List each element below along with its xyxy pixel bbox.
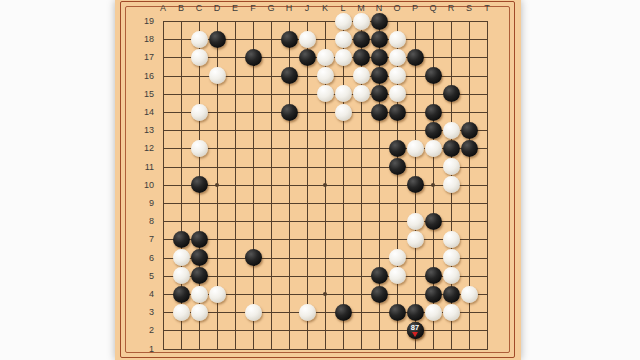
- column-label: K: [316, 2, 334, 14]
- star-point: [323, 183, 327, 187]
- black-stone: [371, 104, 388, 121]
- black-stone: [191, 176, 208, 193]
- row-label: 4: [128, 288, 154, 300]
- column-label: E: [226, 2, 244, 14]
- white-stone: [443, 249, 460, 266]
- star-point: [323, 292, 327, 296]
- white-stone: [389, 267, 406, 284]
- last-move-red-marker: [412, 332, 418, 337]
- white-stone: [389, 31, 406, 48]
- black-stone: [353, 49, 370, 66]
- black-stone: [407, 49, 424, 66]
- row-label: 15: [128, 88, 154, 100]
- row-label: 19: [128, 15, 154, 27]
- black-stone: [443, 286, 460, 303]
- row-label: 14: [128, 106, 154, 118]
- white-stone: [443, 267, 460, 284]
- black-stone: [281, 104, 298, 121]
- black-stone: [371, 31, 388, 48]
- screenshot-stage: ABCDEFGHJKLMNOPQRST191817161514131211109…: [0, 0, 640, 360]
- white-stone: [353, 13, 370, 30]
- black-stone: [389, 304, 406, 321]
- white-stone: [353, 67, 370, 84]
- white-stone: [425, 140, 442, 157]
- black-stone: [371, 13, 388, 30]
- black-stone: [425, 267, 442, 284]
- black-stone: [299, 49, 316, 66]
- last-move-number: 87: [407, 324, 424, 332]
- grid-horizontal-line: [163, 330, 488, 331]
- black-stone: [191, 249, 208, 266]
- white-stone: [173, 249, 190, 266]
- row-label: 13: [128, 124, 154, 136]
- black-stone: [425, 213, 442, 230]
- white-stone: [299, 304, 316, 321]
- white-stone: [173, 267, 190, 284]
- white-stone: [191, 104, 208, 121]
- white-stone: [209, 67, 226, 84]
- row-label: 1: [128, 343, 154, 355]
- black-stone: [461, 140, 478, 157]
- black-stone: [425, 104, 442, 121]
- white-stone: [443, 122, 460, 139]
- white-stone: [335, 104, 352, 121]
- white-stone: [335, 31, 352, 48]
- column-label: G: [262, 2, 280, 14]
- black-stone: [371, 286, 388, 303]
- column-label: P: [406, 2, 424, 14]
- white-stone: [191, 304, 208, 321]
- row-label: 11: [128, 161, 154, 173]
- white-stone: [317, 67, 334, 84]
- white-stone: [443, 176, 460, 193]
- white-stone: [191, 286, 208, 303]
- column-label: S: [460, 2, 478, 14]
- white-stone: [191, 140, 208, 157]
- black-stone: [425, 122, 442, 139]
- row-label: 2: [128, 324, 154, 336]
- black-stone: [245, 49, 262, 66]
- column-label: F: [244, 2, 262, 14]
- black-stone: [425, 286, 442, 303]
- white-stone: [209, 286, 226, 303]
- white-stone: [407, 140, 424, 157]
- black-stone: [389, 140, 406, 157]
- column-label: T: [478, 2, 496, 14]
- row-label: 9: [128, 197, 154, 209]
- black-stone: [191, 267, 208, 284]
- white-stone: [335, 13, 352, 30]
- black-stone: [443, 140, 460, 157]
- black-stone: [173, 286, 190, 303]
- black-stone: [281, 67, 298, 84]
- white-stone: [335, 85, 352, 102]
- white-stone: [407, 213, 424, 230]
- grid-horizontal-line: [163, 258, 488, 259]
- column-label: H: [280, 2, 298, 14]
- column-label: R: [442, 2, 460, 14]
- black-stone: [389, 104, 406, 121]
- row-label: 12: [128, 142, 154, 154]
- column-label: Q: [424, 2, 442, 14]
- white-stone: [353, 85, 370, 102]
- black-stone: [281, 31, 298, 48]
- black-stone: [209, 31, 226, 48]
- row-label: 6: [128, 252, 154, 264]
- black-stone: [443, 85, 460, 102]
- white-stone: [191, 31, 208, 48]
- row-label: 7: [128, 233, 154, 245]
- column-label: C: [190, 2, 208, 14]
- black-stone: [425, 67, 442, 84]
- last-move-stone: 87: [407, 322, 424, 339]
- white-stone: [317, 85, 334, 102]
- white-stone: [191, 49, 208, 66]
- star-point: [431, 183, 435, 187]
- white-stone: [389, 249, 406, 266]
- black-stone: [461, 122, 478, 139]
- column-label: B: [172, 2, 190, 14]
- black-stone: [371, 267, 388, 284]
- black-stone: [371, 49, 388, 66]
- white-stone: [443, 158, 460, 175]
- star-point: [215, 183, 219, 187]
- row-label: 10: [128, 179, 154, 191]
- white-stone: [299, 31, 316, 48]
- black-stone: [173, 231, 190, 248]
- white-stone: [443, 304, 460, 321]
- white-stone: [173, 304, 190, 321]
- white-stone: [461, 286, 478, 303]
- black-stone: [389, 158, 406, 175]
- white-stone: [335, 49, 352, 66]
- row-label: 3: [128, 306, 154, 318]
- column-label: J: [298, 2, 316, 14]
- grid-horizontal-line: [163, 203, 488, 204]
- black-stone: [245, 249, 262, 266]
- black-stone: [353, 31, 370, 48]
- black-stone: [191, 231, 208, 248]
- column-label: D: [208, 2, 226, 14]
- black-stone: [371, 67, 388, 84]
- white-stone: [443, 231, 460, 248]
- white-stone: [389, 49, 406, 66]
- white-stone: [389, 85, 406, 102]
- row-label: 8: [128, 215, 154, 227]
- grid-horizontal-line: [163, 239, 488, 240]
- white-stone: [389, 67, 406, 84]
- grid-horizontal-line: [163, 349, 488, 350]
- grid-vertical-line: [343, 21, 344, 350]
- row-label: 18: [128, 33, 154, 45]
- black-stone: [371, 85, 388, 102]
- white-stone: [317, 49, 334, 66]
- black-stone: [335, 304, 352, 321]
- go-board[interactable]: ABCDEFGHJKLMNOPQRST191817161514131211109…: [115, 0, 521, 360]
- black-stone: [407, 304, 424, 321]
- row-label: 17: [128, 51, 154, 63]
- white-stone: [425, 304, 442, 321]
- black-stone: [407, 176, 424, 193]
- row-label: 5: [128, 270, 154, 282]
- grid-vertical-line: [487, 21, 488, 350]
- white-stone: [245, 304, 262, 321]
- white-stone: [407, 231, 424, 248]
- column-label: A: [154, 2, 172, 14]
- row-label: 16: [128, 70, 154, 82]
- column-label: O: [388, 2, 406, 14]
